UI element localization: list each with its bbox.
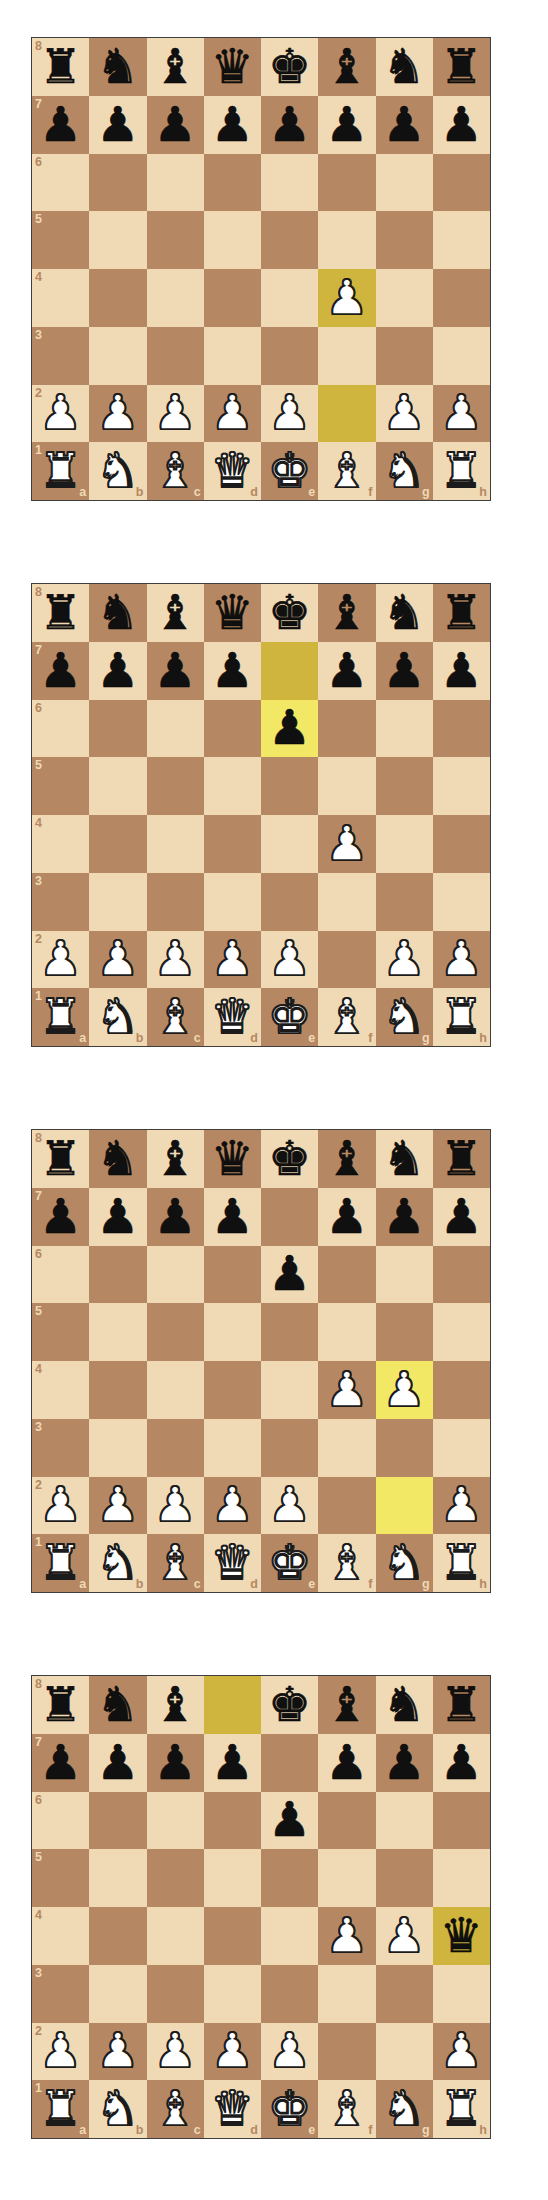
square-e2[interactable]: ♟	[261, 2023, 318, 2081]
square-g2[interactable]	[376, 2023, 433, 2081]
piece-white-pawn[interactable]: ♟	[211, 388, 254, 436]
square-e7[interactable]	[261, 1188, 318, 1246]
piece-white-pawn[interactable]: ♟	[211, 934, 254, 982]
piece-black-rook[interactable]: ♜	[39, 1134, 82, 1182]
piece-black-pawn[interactable]: ♟	[268, 1795, 311, 1843]
square-c1[interactable]: c♝	[147, 442, 204, 500]
square-f2[interactable]	[318, 931, 375, 989]
square-c8[interactable]: ♝	[147, 1130, 204, 1188]
square-d7[interactable]: ♟	[204, 1188, 261, 1246]
piece-black-rook[interactable]: ♜	[440, 588, 483, 636]
square-h3[interactable]	[433, 327, 490, 385]
square-g3[interactable]	[376, 873, 433, 931]
square-d4[interactable]	[204, 269, 261, 327]
square-e5[interactable]	[261, 211, 318, 269]
square-e6[interactable]: ♟	[261, 700, 318, 758]
square-g7[interactable]: ♟	[376, 1188, 433, 1246]
square-g8[interactable]: ♞	[376, 1676, 433, 1734]
square-h6[interactable]	[433, 1246, 490, 1304]
square-c1[interactable]: c♝	[147, 1534, 204, 1592]
square-h3[interactable]	[433, 1965, 490, 2023]
piece-black-rook[interactable]: ♜	[39, 1680, 82, 1728]
piece-black-knight[interactable]: ♞	[383, 588, 426, 636]
piece-black-pawn[interactable]: ♟	[325, 1192, 368, 1240]
square-a7[interactable]: 7♟	[32, 1188, 89, 1246]
square-h7[interactable]: ♟	[433, 642, 490, 700]
square-f5[interactable]	[318, 757, 375, 815]
piece-white-pawn[interactable]: ♟	[96, 934, 139, 982]
piece-black-pawn[interactable]: ♟	[383, 100, 426, 148]
square-f7[interactable]: ♟	[318, 1188, 375, 1246]
square-g6[interactable]	[376, 154, 433, 212]
piece-black-bishop[interactable]: ♝	[154, 588, 197, 636]
square-e4[interactable]	[261, 815, 318, 873]
square-h8[interactable]: ♜	[433, 38, 490, 96]
piece-white-pawn[interactable]: ♟	[440, 388, 483, 436]
piece-white-pawn[interactable]: ♟	[268, 1480, 311, 1528]
piece-white-pawn[interactable]: ♟	[325, 1365, 368, 1413]
piece-white-rook[interactable]: ♜	[39, 2084, 82, 2132]
square-h1[interactable]: h♜	[433, 988, 490, 1046]
square-g4[interactable]: ♟	[376, 1361, 433, 1419]
square-h6[interactable]	[433, 700, 490, 758]
square-a3[interactable]: 3	[32, 1419, 89, 1477]
square-d1[interactable]: d♛	[204, 1534, 261, 1592]
square-d1[interactable]: d♛	[204, 988, 261, 1046]
square-e6[interactable]	[261, 154, 318, 212]
piece-black-knight[interactable]: ♞	[383, 42, 426, 90]
square-g3[interactable]	[376, 327, 433, 385]
piece-white-knight[interactable]: ♞	[96, 992, 139, 1040]
square-a6[interactable]: 6	[32, 1246, 89, 1304]
square-b1[interactable]: b♞	[89, 2080, 146, 2138]
piece-black-pawn[interactable]: ♟	[154, 100, 197, 148]
square-d8[interactable]: ♛	[204, 38, 261, 96]
square-h2[interactable]: ♟	[433, 931, 490, 989]
piece-white-queen[interactable]: ♛	[211, 446, 254, 494]
square-a6[interactable]: 6	[32, 700, 89, 758]
square-a4[interactable]: 4	[32, 1361, 89, 1419]
square-c7[interactable]: ♟	[147, 642, 204, 700]
piece-white-bishop[interactable]: ♝	[154, 1538, 197, 1586]
piece-black-pawn[interactable]: ♟	[39, 1738, 82, 1786]
square-f8[interactable]: ♝	[318, 38, 375, 96]
square-f2[interactable]	[318, 2023, 375, 2081]
piece-black-bishop[interactable]: ♝	[154, 1134, 197, 1182]
square-f7[interactable]: ♟	[318, 642, 375, 700]
square-h1[interactable]: h♜	[433, 442, 490, 500]
piece-white-pawn[interactable]: ♟	[440, 1480, 483, 1528]
square-h3[interactable]	[433, 1419, 490, 1477]
square-g8[interactable]: ♞	[376, 584, 433, 642]
square-h5[interactable]	[433, 1849, 490, 1907]
square-b8[interactable]: ♞	[89, 38, 146, 96]
square-e1[interactable]: e♚	[261, 2080, 318, 2138]
square-b4[interactable]	[89, 1907, 146, 1965]
piece-white-rook[interactable]: ♜	[39, 446, 82, 494]
piece-black-pawn[interactable]: ♟	[154, 1192, 197, 1240]
square-g8[interactable]: ♞	[376, 38, 433, 96]
square-a3[interactable]: 3	[32, 873, 89, 931]
piece-black-queen[interactable]: ♛	[211, 588, 254, 636]
square-e2[interactable]: ♟	[261, 385, 318, 443]
square-g5[interactable]	[376, 1849, 433, 1907]
piece-black-bishop[interactable]: ♝	[325, 1680, 368, 1728]
piece-white-king[interactable]: ♚	[268, 1538, 311, 1586]
square-f5[interactable]	[318, 1849, 375, 1907]
piece-black-pawn[interactable]: ♟	[440, 100, 483, 148]
square-c3[interactable]	[147, 873, 204, 931]
square-h2[interactable]: ♟	[433, 1477, 490, 1535]
square-g7[interactable]: ♟	[376, 642, 433, 700]
square-c4[interactable]	[147, 1361, 204, 1419]
square-f6[interactable]	[318, 154, 375, 212]
square-d7[interactable]: ♟	[204, 642, 261, 700]
square-d7[interactable]: ♟	[204, 1734, 261, 1792]
square-h8[interactable]: ♜	[433, 584, 490, 642]
square-b7[interactable]: ♟	[89, 96, 146, 154]
square-a1[interactable]: 1a♜	[32, 442, 89, 500]
square-a2[interactable]: 2♟	[32, 931, 89, 989]
piece-black-pawn[interactable]: ♟	[440, 646, 483, 694]
square-b2[interactable]: ♟	[89, 385, 146, 443]
square-g1[interactable]: g♞	[376, 1534, 433, 1592]
piece-black-bishop[interactable]: ♝	[154, 42, 197, 90]
square-b5[interactable]	[89, 211, 146, 269]
square-b8[interactable]: ♞	[89, 584, 146, 642]
square-f4[interactable]: ♟	[318, 1361, 375, 1419]
square-e4[interactable]	[261, 1907, 318, 1965]
square-h5[interactable]	[433, 1303, 490, 1361]
square-b7[interactable]: ♟	[89, 642, 146, 700]
square-c4[interactable]	[147, 269, 204, 327]
piece-white-pawn[interactable]: ♟	[325, 819, 368, 867]
piece-black-knight[interactable]: ♞	[383, 1134, 426, 1182]
piece-white-pawn[interactable]: ♟	[268, 388, 311, 436]
square-c4[interactable]	[147, 1907, 204, 1965]
piece-black-pawn[interactable]: ♟	[211, 1738, 254, 1786]
square-f3[interactable]	[318, 1965, 375, 2023]
square-f6[interactable]	[318, 700, 375, 758]
piece-black-bishop[interactable]: ♝	[325, 42, 368, 90]
square-a6[interactable]: 6	[32, 1792, 89, 1850]
square-b6[interactable]	[89, 154, 146, 212]
square-h8[interactable]: ♜	[433, 1130, 490, 1188]
square-b8[interactable]: ♞	[89, 1676, 146, 1734]
square-c3[interactable]	[147, 1419, 204, 1477]
piece-black-pawn[interactable]: ♟	[154, 1738, 197, 1786]
square-b6[interactable]	[89, 700, 146, 758]
square-h4[interactable]	[433, 815, 490, 873]
square-a8[interactable]: 8♜	[32, 1130, 89, 1188]
piece-white-knight[interactable]: ♞	[383, 992, 426, 1040]
square-a2[interactable]: 2♟	[32, 385, 89, 443]
square-e6[interactable]: ♟	[261, 1246, 318, 1304]
piece-white-rook[interactable]: ♜	[440, 2084, 483, 2132]
square-e4[interactable]	[261, 269, 318, 327]
square-b3[interactable]	[89, 873, 146, 931]
square-g5[interactable]	[376, 211, 433, 269]
piece-black-pawn[interactable]: ♟	[268, 100, 311, 148]
square-b2[interactable]: ♟	[89, 931, 146, 989]
square-f1[interactable]: f♝	[318, 2080, 375, 2138]
piece-black-pawn[interactable]: ♟	[268, 703, 311, 751]
square-e1[interactable]: e♚	[261, 988, 318, 1046]
square-g2[interactable]: ♟	[376, 931, 433, 989]
square-c6[interactable]	[147, 1246, 204, 1304]
square-f5[interactable]	[318, 211, 375, 269]
piece-white-pawn[interactable]: ♟	[383, 934, 426, 982]
square-f3[interactable]	[318, 327, 375, 385]
piece-white-queen[interactable]: ♛	[211, 1538, 254, 1586]
piece-black-pawn[interactable]: ♟	[39, 1192, 82, 1240]
square-d8[interactable]: ♛	[204, 1130, 261, 1188]
piece-white-pawn[interactable]: ♟	[96, 2026, 139, 2074]
square-b2[interactable]: ♟	[89, 2023, 146, 2081]
square-c1[interactable]: c♝	[147, 2080, 204, 2138]
square-a4[interactable]: 4	[32, 269, 89, 327]
piece-white-pawn[interactable]: ♟	[268, 2026, 311, 2074]
square-d3[interactable]	[204, 327, 261, 385]
square-c7[interactable]: ♟	[147, 1188, 204, 1246]
square-d8[interactable]: ♛	[204, 584, 261, 642]
square-f1[interactable]: f♝	[318, 1534, 375, 1592]
piece-black-bishop[interactable]: ♝	[154, 1680, 197, 1728]
piece-white-pawn[interactable]: ♟	[154, 388, 197, 436]
piece-black-king[interactable]: ♚	[268, 1680, 311, 1728]
square-b5[interactable]	[89, 1849, 146, 1907]
piece-black-pawn[interactable]: ♟	[96, 646, 139, 694]
square-f2[interactable]	[318, 385, 375, 443]
square-c2[interactable]: ♟	[147, 931, 204, 989]
square-b3[interactable]	[89, 1965, 146, 2023]
piece-black-pawn[interactable]: ♟	[268, 1249, 311, 1297]
piece-black-pawn[interactable]: ♟	[211, 1192, 254, 1240]
square-g3[interactable]	[376, 1965, 433, 2023]
square-e1[interactable]: e♚	[261, 442, 318, 500]
square-b4[interactable]	[89, 1361, 146, 1419]
piece-white-pawn[interactable]: ♟	[154, 1480, 197, 1528]
square-d3[interactable]	[204, 1965, 261, 2023]
square-h2[interactable]: ♟	[433, 385, 490, 443]
piece-black-pawn[interactable]: ♟	[211, 646, 254, 694]
piece-black-bishop[interactable]: ♝	[325, 1134, 368, 1182]
piece-black-pawn[interactable]: ♟	[325, 646, 368, 694]
square-b1[interactable]: b♞	[89, 988, 146, 1046]
square-b8[interactable]: ♞	[89, 1130, 146, 1188]
square-a3[interactable]: 3	[32, 327, 89, 385]
square-d4[interactable]	[204, 815, 261, 873]
piece-white-pawn[interactable]: ♟	[154, 2026, 197, 2074]
square-d1[interactable]: d♛	[204, 442, 261, 500]
square-g3[interactable]	[376, 1419, 433, 1477]
square-f5[interactable]	[318, 1303, 375, 1361]
square-g4[interactable]: ♟	[376, 1907, 433, 1965]
square-g8[interactable]: ♞	[376, 1130, 433, 1188]
piece-white-rook[interactable]: ♜	[440, 1538, 483, 1586]
piece-black-pawn[interactable]: ♟	[383, 646, 426, 694]
square-a7[interactable]: 7♟	[32, 1734, 89, 1792]
square-g7[interactable]: ♟	[376, 1734, 433, 1792]
square-e5[interactable]	[261, 757, 318, 815]
piece-black-pawn[interactable]: ♟	[39, 100, 82, 148]
square-e6[interactable]: ♟	[261, 1792, 318, 1850]
square-b1[interactable]: b♞	[89, 442, 146, 500]
square-h7[interactable]: ♟	[433, 96, 490, 154]
square-h4[interactable]	[433, 1361, 490, 1419]
piece-white-pawn[interactable]: ♟	[440, 934, 483, 982]
square-a1[interactable]: 1a♜	[32, 2080, 89, 2138]
square-a8[interactable]: 8♜	[32, 584, 89, 642]
square-f8[interactable]: ♝	[318, 1676, 375, 1734]
piece-white-pawn[interactable]: ♟	[383, 1365, 426, 1413]
square-f6[interactable]	[318, 1792, 375, 1850]
square-c6[interactable]	[147, 1792, 204, 1850]
square-c7[interactable]: ♟	[147, 96, 204, 154]
square-a6[interactable]: 6	[32, 154, 89, 212]
piece-black-bishop[interactable]: ♝	[325, 588, 368, 636]
square-h1[interactable]: h♜	[433, 1534, 490, 1592]
square-d2[interactable]: ♟	[204, 931, 261, 989]
square-f4[interactable]: ♟	[318, 815, 375, 873]
square-b6[interactable]	[89, 1246, 146, 1304]
square-e3[interactable]	[261, 873, 318, 931]
square-d5[interactable]	[204, 1849, 261, 1907]
square-f7[interactable]: ♟	[318, 96, 375, 154]
square-e3[interactable]	[261, 1419, 318, 1477]
piece-white-pawn[interactable]: ♟	[211, 1480, 254, 1528]
piece-white-bishop[interactable]: ♝	[325, 1538, 368, 1586]
piece-white-knight[interactable]: ♞	[96, 2084, 139, 2132]
square-a2[interactable]: 2♟	[32, 1477, 89, 1535]
piece-black-knight[interactable]: ♞	[96, 1680, 139, 1728]
square-d8[interactable]	[204, 1676, 261, 1734]
square-c8[interactable]: ♝	[147, 38, 204, 96]
piece-white-pawn[interactable]: ♟	[383, 388, 426, 436]
piece-black-pawn[interactable]: ♟	[154, 646, 197, 694]
square-h2[interactable]: ♟	[433, 2023, 490, 2081]
square-b4[interactable]	[89, 815, 146, 873]
square-e8[interactable]: ♚	[261, 38, 318, 96]
square-d2[interactable]: ♟	[204, 1477, 261, 1535]
piece-white-knight[interactable]: ♞	[383, 1538, 426, 1586]
piece-white-pawn[interactable]: ♟	[96, 388, 139, 436]
square-f6[interactable]	[318, 1246, 375, 1304]
square-c5[interactable]	[147, 1303, 204, 1361]
piece-black-pawn[interactable]: ♟	[325, 1738, 368, 1786]
piece-black-rook[interactable]: ♜	[440, 1134, 483, 1182]
square-f8[interactable]: ♝	[318, 584, 375, 642]
square-a2[interactable]: 2♟	[32, 2023, 89, 2081]
piece-white-pawn[interactable]: ♟	[39, 934, 82, 982]
piece-black-knight[interactable]: ♞	[96, 1134, 139, 1182]
square-g2[interactable]: ♟	[376, 385, 433, 443]
square-e7[interactable]	[261, 1734, 318, 1792]
square-d6[interactable]	[204, 1792, 261, 1850]
square-f3[interactable]	[318, 1419, 375, 1477]
square-b3[interactable]	[89, 327, 146, 385]
square-a3[interactable]: 3	[32, 1965, 89, 2023]
piece-black-pawn[interactable]: ♟	[383, 1192, 426, 1240]
square-f4[interactable]: ♟	[318, 1907, 375, 1965]
square-c6[interactable]	[147, 700, 204, 758]
square-c3[interactable]	[147, 1965, 204, 2023]
piece-black-rook[interactable]: ♜	[39, 42, 82, 90]
square-d6[interactable]	[204, 700, 261, 758]
piece-black-queen[interactable]: ♛	[211, 1134, 254, 1182]
piece-white-pawn[interactable]: ♟	[325, 1911, 368, 1959]
square-h8[interactable]: ♜	[433, 1676, 490, 1734]
square-h7[interactable]: ♟	[433, 1188, 490, 1246]
piece-black-rook[interactable]: ♜	[440, 1680, 483, 1728]
square-c2[interactable]: ♟	[147, 1477, 204, 1535]
square-e8[interactable]: ♚	[261, 1130, 318, 1188]
piece-white-pawn[interactable]: ♟	[96, 1480, 139, 1528]
square-h4[interactable]: ♛	[433, 1907, 490, 1965]
piece-white-pawn[interactable]: ♟	[383, 1911, 426, 1959]
square-b2[interactable]: ♟	[89, 1477, 146, 1535]
square-g6[interactable]	[376, 700, 433, 758]
square-b1[interactable]: b♞	[89, 1534, 146, 1592]
square-a5[interactable]: 5	[32, 1849, 89, 1907]
square-c1[interactable]: c♝	[147, 988, 204, 1046]
square-f1[interactable]: f♝	[318, 988, 375, 1046]
piece-white-pawn[interactable]: ♟	[39, 2026, 82, 2074]
piece-white-bishop[interactable]: ♝	[325, 992, 368, 1040]
piece-white-king[interactable]: ♚	[268, 2084, 311, 2132]
piece-white-bishop[interactable]: ♝	[154, 992, 197, 1040]
square-c6[interactable]	[147, 154, 204, 212]
piece-white-pawn[interactable]: ♟	[268, 934, 311, 982]
square-d5[interactable]	[204, 757, 261, 815]
square-a5[interactable]: 5	[32, 211, 89, 269]
piece-white-bishop[interactable]: ♝	[325, 446, 368, 494]
square-e3[interactable]	[261, 1965, 318, 2023]
square-g1[interactable]: g♞	[376, 988, 433, 1046]
piece-white-knight[interactable]: ♞	[96, 1538, 139, 1586]
square-c4[interactable]	[147, 815, 204, 873]
square-a8[interactable]: 8♜	[32, 38, 89, 96]
square-f7[interactable]: ♟	[318, 1734, 375, 1792]
square-c5[interactable]	[147, 757, 204, 815]
piece-white-pawn[interactable]: ♟	[325, 273, 368, 321]
square-e3[interactable]	[261, 327, 318, 385]
piece-black-pawn[interactable]: ♟	[440, 1738, 483, 1786]
square-d1[interactable]: d♛	[204, 2080, 261, 2138]
square-b5[interactable]	[89, 1303, 146, 1361]
square-d6[interactable]	[204, 154, 261, 212]
square-e8[interactable]: ♚	[261, 1676, 318, 1734]
square-h5[interactable]	[433, 757, 490, 815]
square-a7[interactable]: 7♟	[32, 96, 89, 154]
square-b7[interactable]: ♟	[89, 1188, 146, 1246]
piece-white-bishop[interactable]: ♝	[325, 2084, 368, 2132]
piece-white-rook[interactable]: ♜	[440, 992, 483, 1040]
piece-white-knight[interactable]: ♞	[96, 446, 139, 494]
square-e2[interactable]: ♟	[261, 931, 318, 989]
piece-black-knight[interactable]: ♞	[96, 588, 139, 636]
piece-black-queen[interactable]: ♛	[440, 1911, 483, 1959]
square-d3[interactable]	[204, 1419, 261, 1477]
piece-black-rook[interactable]: ♜	[39, 588, 82, 636]
square-e5[interactable]	[261, 1303, 318, 1361]
square-g6[interactable]	[376, 1246, 433, 1304]
square-g2[interactable]	[376, 1477, 433, 1535]
square-b6[interactable]	[89, 1792, 146, 1850]
square-c5[interactable]	[147, 1849, 204, 1907]
square-b5[interactable]	[89, 757, 146, 815]
square-c7[interactable]: ♟	[147, 1734, 204, 1792]
